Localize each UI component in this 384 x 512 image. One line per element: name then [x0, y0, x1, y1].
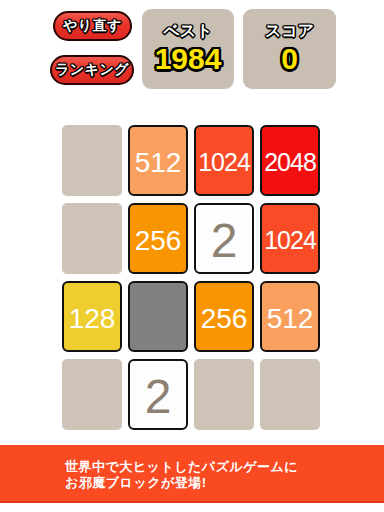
- empty-cell: [62, 359, 122, 430]
- tile-2: 2: [128, 359, 188, 430]
- tile-256: 256: [194, 281, 254, 352]
- tile-1024: 1024: [194, 125, 254, 196]
- promo-banner[interactable]: 世界中で大ヒットしたパズルゲームに お邪魔ブロックが登場!: [0, 445, 384, 503]
- promo-banner-line1: 世界中で大ヒットしたパズルゲームに: [65, 459, 384, 475]
- current-score-box: スコア 0: [243, 9, 336, 89]
- tile-256: 256: [128, 203, 188, 274]
- game-screen: やり直す ランキング ベスト 1984 スコア 0 51210242048256…: [0, 0, 384, 512]
- tile-2048: 2048: [260, 125, 320, 196]
- empty-cell: [62, 125, 122, 196]
- tile-128: 128: [62, 281, 122, 352]
- score-value: 0: [281, 43, 298, 75]
- tile-512: 512: [128, 125, 188, 196]
- promo-banner-line2: お邪魔ブロックが登場!: [65, 475, 384, 491]
- ranking-button-label: ランキング: [55, 61, 129, 79]
- retry-button-label: やり直す: [63, 17, 122, 35]
- ranking-button[interactable]: ランキング: [50, 55, 134, 85]
- empty-cell: [260, 359, 320, 430]
- tile-1024: 1024: [260, 203, 320, 274]
- best-value: 1984: [155, 43, 222, 75]
- empty-cell: [62, 203, 122, 274]
- best-score-box: ベスト 1984: [142, 9, 234, 89]
- score-label: スコア: [265, 22, 314, 40]
- game-board[interactable]: 51210242048256210241282565122: [62, 125, 320, 430]
- obstacle-block: [128, 281, 188, 352]
- tile-2: 2: [194, 203, 254, 274]
- retry-button[interactable]: やり直す: [53, 11, 132, 41]
- empty-cell: [194, 359, 254, 430]
- tile-512: 512: [260, 281, 320, 352]
- best-label: ベスト: [163, 22, 212, 40]
